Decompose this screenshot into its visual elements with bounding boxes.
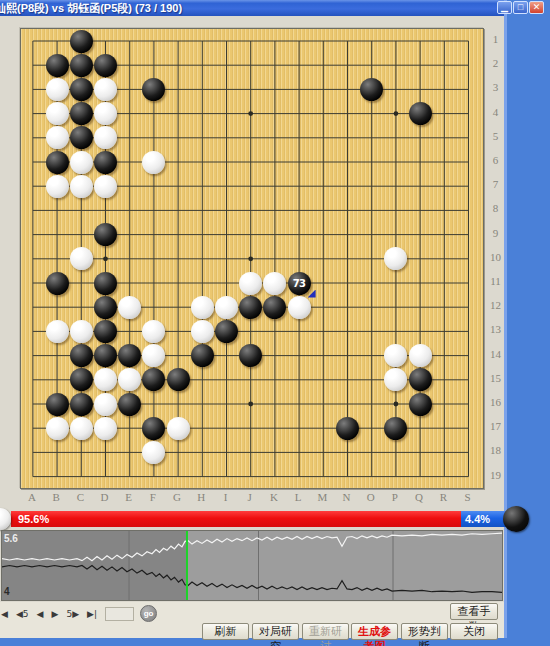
stone-C3-black[interactable] <box>70 78 93 101</box>
stone-F6-white[interactable] <box>142 151 165 174</box>
white-winrate-segment: 95.6% <box>11 511 461 527</box>
column-label-B: B <box>48 491 64 503</box>
stone-C5-black[interactable] <box>70 126 93 149</box>
column-label-J: J <box>242 491 258 503</box>
go-board[interactable]: 73 <box>20 28 484 489</box>
bottom-toolbar: ◀ ◀5 ◀ ▶ 5▶ ▶| go 查看手数 刷新 对局研究 重新研讨 生成参考… <box>0 602 504 638</box>
row-label-13: 13 <box>487 323 504 335</box>
go-button[interactable]: go <box>140 605 157 622</box>
column-label-G: G <box>169 491 185 503</box>
stone-K11-white[interactable] <box>263 272 286 295</box>
nav-forward-icon[interactable]: ▶ <box>48 607 63 621</box>
column-label-Q: Q <box>411 491 427 503</box>
row-coordinates: 12345678910111213141516171819 <box>487 28 504 489</box>
column-label-N: N <box>339 491 355 503</box>
stone-B11-black[interactable] <box>46 272 69 295</box>
stone-B13-white[interactable] <box>46 320 69 343</box>
stone-I12-white[interactable] <box>215 296 238 319</box>
stone-C14-black[interactable] <box>70 344 93 367</box>
view-moves-button[interactable]: 查看手数 <box>450 603 498 620</box>
column-coordinates: ABCDEFGHIJKLMNOPQRS <box>20 491 484 507</box>
stone-C10-white[interactable] <box>70 247 93 270</box>
stone-H13-white[interactable] <box>191 320 214 343</box>
stone-C6-white[interactable] <box>70 151 93 174</box>
stone-B3-white[interactable] <box>46 78 69 101</box>
stone-D17-white[interactable] <box>94 417 117 440</box>
close-button[interactable]: 关闭 <box>450 623 498 640</box>
stone-Q4-black[interactable] <box>409 102 432 125</box>
stone-D9-black[interactable] <box>94 223 117 246</box>
stone-C17-white[interactable] <box>70 417 93 440</box>
column-label-D: D <box>97 491 113 503</box>
row-label-14: 14 <box>487 348 504 360</box>
column-label-A: A <box>24 491 40 503</box>
situation-judgement-button[interactable]: 形势判断 <box>401 623 448 640</box>
stone-C13-white[interactable] <box>70 320 93 343</box>
stone-P17-black[interactable] <box>384 417 407 440</box>
row-label-1: 1 <box>487 33 504 45</box>
stone-D13-black[interactable] <box>94 320 117 343</box>
column-label-L: L <box>290 491 306 503</box>
stone-G15-black[interactable] <box>167 368 190 391</box>
stone-J11-white[interactable] <box>239 272 262 295</box>
nav-back-icon[interactable]: ◀ <box>33 607 48 621</box>
column-label-M: M <box>314 491 330 503</box>
column-label-P: P <box>387 491 403 503</box>
stone-C16-black[interactable] <box>70 393 93 416</box>
row-label-2: 2 <box>487 57 504 69</box>
stone-B2-black[interactable] <box>46 54 69 77</box>
stone-G17-white[interactable] <box>167 417 190 440</box>
row-label-9: 9 <box>487 227 504 239</box>
black-winrate-segment: 4.4% <box>461 511 507 527</box>
stone-D14-black[interactable] <box>94 344 117 367</box>
desktop-background <box>504 0 550 646</box>
row-label-18: 18 <box>487 444 504 456</box>
stone-B4-white[interactable] <box>46 102 69 125</box>
column-label-R: R <box>435 491 451 503</box>
move-navigation: ◀ ◀5 ◀ ▶ 5▶ ▶| go <box>0 605 157 622</box>
stone-I13-black[interactable] <box>215 320 238 343</box>
nav-back5-icon[interactable]: ◀5 <box>12 607 33 621</box>
stone-D3-white[interactable] <box>94 78 117 101</box>
stone-H12-white[interactable] <box>191 296 214 319</box>
stone-C7-white[interactable] <box>70 175 93 198</box>
row-label-4: 4 <box>487 106 504 118</box>
row-label-19: 19 <box>487 469 504 481</box>
row-label-16: 16 <box>487 396 504 408</box>
stone-H14-black[interactable] <box>191 344 214 367</box>
stone-B5-white[interactable] <box>46 126 69 149</box>
stone-L11-black[interactable]: 73 <box>288 272 311 295</box>
row-label-17: 17 <box>487 420 504 432</box>
re-research-button[interactable]: 重新研讨 <box>302 623 349 640</box>
stone-B6-black[interactable] <box>46 151 69 174</box>
stone-J12-black[interactable] <box>239 296 262 319</box>
column-label-H: H <box>193 491 209 503</box>
column-label-F: F <box>145 491 161 503</box>
stone-F17-black[interactable] <box>142 417 165 440</box>
row-label-15: 15 <box>487 372 504 384</box>
black-stone-icon <box>503 506 529 532</box>
stone-C4-black[interactable] <box>70 102 93 125</box>
stone-Q16-black[interactable] <box>409 393 432 416</box>
row-label-3: 3 <box>487 81 504 93</box>
nav-last-icon[interactable]: ▶| <box>83 607 101 621</box>
generate-reference-button[interactable]: 生成参考图 <box>351 623 398 640</box>
game-research-button[interactable]: 对局研究 <box>252 623 299 640</box>
column-label-K: K <box>266 491 282 503</box>
stone-C15-black[interactable] <box>70 368 93 391</box>
column-label-E: E <box>121 491 137 503</box>
stone-O3-black[interactable] <box>360 78 383 101</box>
winrate-graph-plot <box>2 531 502 600</box>
stone-E12-white[interactable] <box>118 296 141 319</box>
graph-top-label: 5.6 <box>4 533 18 544</box>
column-label-C: C <box>72 491 88 503</box>
nav-forward5-icon[interactable]: 5▶ <box>62 607 83 621</box>
nav-first-icon[interactable]: ◀ <box>0 607 12 621</box>
stone-B16-black[interactable] <box>46 393 69 416</box>
close-window-button[interactable]: ✕ <box>529 1 544 14</box>
row-label-5: 5 <box>487 130 504 142</box>
stone-C1-black[interactable] <box>70 30 93 53</box>
stone-D16-white[interactable] <box>94 393 117 416</box>
row-label-11: 11 <box>487 275 504 287</box>
stone-K12-black[interactable] <box>263 296 286 319</box>
row-label-7: 7 <box>487 178 504 190</box>
row-label-10: 10 <box>487 251 504 263</box>
stone-D11-black[interactable] <box>94 272 117 295</box>
maximize-button[interactable]: □ <box>513 1 528 14</box>
title-bar: 仙熙(P8段) vs 胡钰函(P5段) (73 / 190) <box>0 0 504 16</box>
row-label-6: 6 <box>487 154 504 166</box>
stone-D2-black[interactable] <box>94 54 117 77</box>
white-stone-icon <box>0 508 11 530</box>
column-label-O: O <box>363 491 379 503</box>
stone-B17-white[interactable] <box>46 417 69 440</box>
row-label-8: 8 <box>487 202 504 214</box>
graph-bottom-label: 4 <box>4 586 10 597</box>
stone-B7-white[interactable] <box>46 175 69 198</box>
winrate-bar: 95.6% 4.4% <box>0 510 532 528</box>
move-number-label: 73 <box>293 278 306 289</box>
stone-N17-black[interactable] <box>336 417 359 440</box>
refresh-button[interactable]: 刷新 <box>202 623 249 640</box>
winrate-graph[interactable]: 5.6 4 <box>1 530 503 601</box>
column-label-I: I <box>218 491 234 503</box>
stone-D7-white[interactable] <box>94 175 117 198</box>
stone-D12-black[interactable] <box>94 296 117 319</box>
stone-L12-white[interactable] <box>288 296 311 319</box>
row-label-12: 12 <box>487 299 504 311</box>
column-label-S: S <box>460 491 476 503</box>
stone-C2-black[interactable] <box>70 54 93 77</box>
minimize-button[interactable]: ▁ <box>497 1 512 14</box>
stone-D4-white[interactable] <box>94 102 117 125</box>
stone-D6-black[interactable] <box>94 151 117 174</box>
move-number-input[interactable] <box>105 607 134 621</box>
stone-Q15-black[interactable] <box>409 368 432 391</box>
stone-Q14-white[interactable] <box>409 344 432 367</box>
window-title: 仙熙(P8段) vs 胡钰函(P5段) (73 / 190) <box>0 1 182 16</box>
stone-E16-black[interactable] <box>118 393 141 416</box>
